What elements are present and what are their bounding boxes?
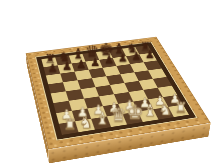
piece-anchor: ♟ (44, 65, 61, 75)
white-knight: ♞ (78, 114, 95, 130)
black-pawn: ♟ (60, 60, 74, 72)
black-pawn: ♟ (45, 62, 60, 74)
black-pawn: ♟ (116, 53, 130, 64)
white-bishop: ♝ (94, 110, 111, 127)
black-pawn: ♟ (143, 49, 157, 60)
black-pawn: ♟ (88, 56, 102, 67)
white-queen: ♛ (110, 106, 127, 125)
scene: ♜♞♝♛♚♝♞♜♟♟♟♟♟♟♟♟♟♟♟♟♟♟♟♟♜♞♝♛♚♝♞♜ (0, 0, 221, 167)
chess-set-photo: ♜♞♝♛♚♝♞♜♟♟♟♟♟♟♟♟♟♟♟♟♟♟♟♟♜♞♝♛♚♝♞♜ (0, 0, 221, 167)
white-bishop: ♝ (142, 103, 158, 119)
white-rook: ♜ (173, 101, 189, 115)
black-pawn: ♟ (129, 51, 143, 62)
white-rook: ♜ (61, 118, 78, 133)
black-pawn: ♟ (74, 58, 88, 70)
white-king: ♚ (126, 102, 142, 122)
chess-box: ♜♞♝♛♚♝♞♜♟♟♟♟♟♟♟♟♟♟♟♟♟♟♟♟♜♞♝♛♚♝♞♜ (26, 37, 211, 150)
white-knight: ♞ (157, 102, 173, 117)
black-pawn: ♟ (102, 54, 116, 65)
